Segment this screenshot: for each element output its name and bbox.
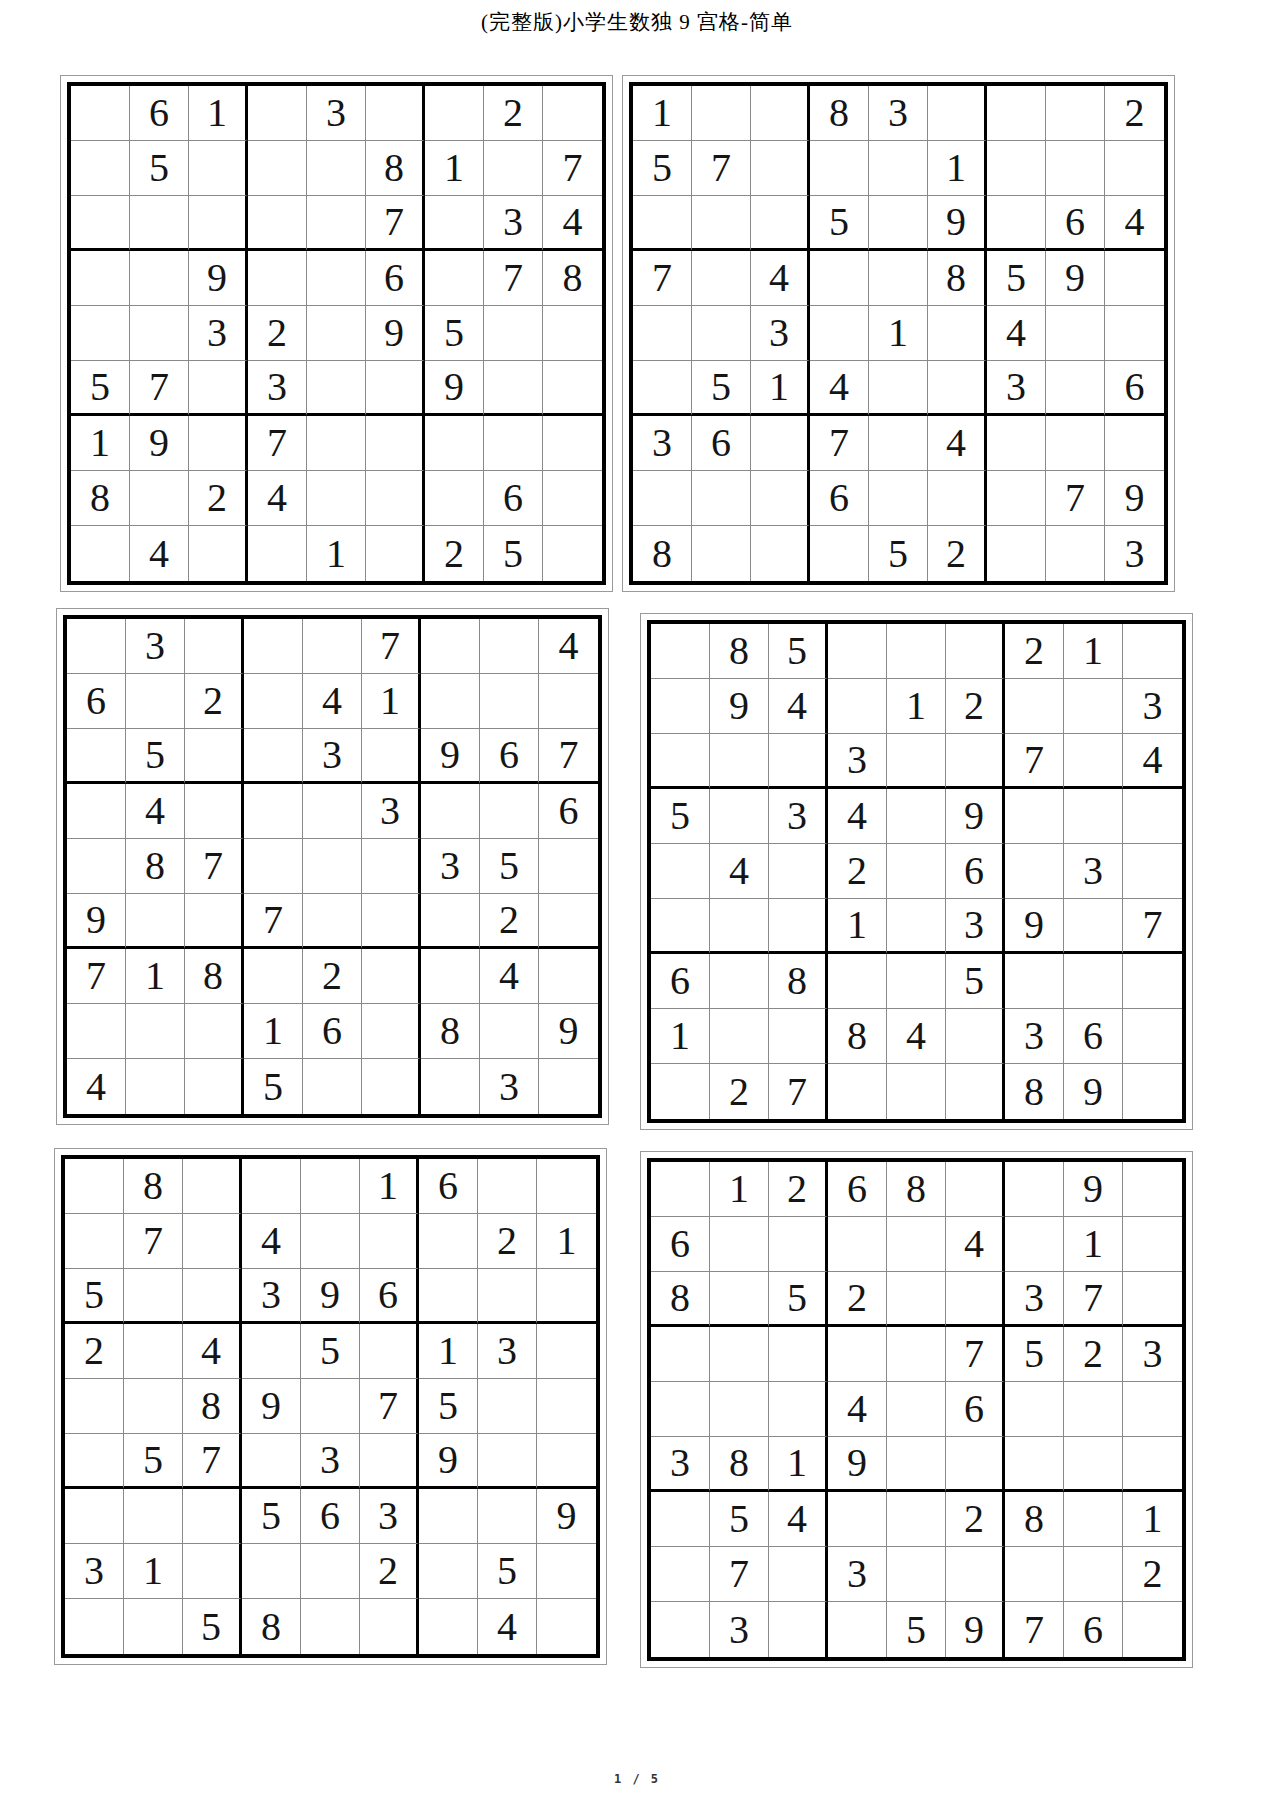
cell-r1c4: 8 [810, 86, 869, 141]
cell-r5c8 [1064, 1382, 1123, 1437]
cell-r4c5 [869, 251, 928, 306]
cell-r2c1 [651, 679, 710, 734]
cell-r3c8 [1064, 734, 1123, 789]
cell-r2c3: 2 [185, 674, 244, 729]
cell-r2c7 [1005, 1217, 1064, 1272]
cell-r8c7 [419, 1544, 478, 1599]
cell-r9c4 [810, 526, 869, 581]
cell-r5c7 [1005, 844, 1064, 899]
cell-r9c1 [71, 526, 130, 581]
cell-r4c3 [185, 784, 244, 839]
cell-r7c7 [1005, 954, 1064, 1009]
cell-r5c9 [1123, 844, 1182, 899]
cell-r6c2: 5 [124, 1434, 183, 1489]
cell-r3c1: 8 [651, 1272, 710, 1327]
cell-r6c2 [710, 899, 769, 954]
cell-r6c3 [769, 899, 828, 954]
cell-r7c6 [362, 949, 421, 1004]
cell-r7c5 [307, 416, 366, 471]
cell-r9c3 [189, 526, 248, 581]
cell-r1c7 [421, 619, 480, 674]
cell-r9c1: 8 [633, 526, 692, 581]
cell-r2c6: 1 [362, 674, 421, 729]
cell-r1c8 [480, 619, 539, 674]
cell-r4c2: 4 [126, 784, 185, 839]
cell-r3c6 [946, 734, 1005, 789]
cell-r1c5 [887, 624, 946, 679]
cell-r6c3: 1 [751, 361, 810, 416]
cell-r6c3 [185, 894, 244, 949]
cell-r8c7: 8 [421, 1004, 480, 1059]
cell-r3c1: 5 [65, 1269, 124, 1324]
cell-r9c3: 5 [183, 1599, 242, 1654]
cell-r7c9: 1 [1123, 1492, 1182, 1547]
cell-r1c6: 1 [360, 1159, 419, 1214]
cell-r7c3: 8 [185, 949, 244, 1004]
cell-r5c9 [1123, 1382, 1182, 1437]
cell-r9c8: 6 [1064, 1602, 1123, 1657]
cell-r6c4: 9 [828, 1437, 887, 1492]
cell-r3c5 [869, 196, 928, 251]
cell-r3c3 [185, 729, 244, 784]
cell-r5c3: 8 [183, 1379, 242, 1434]
sudoku-board: 3746241539674368735972718241689453 [63, 615, 602, 1118]
cell-r5c1 [71, 306, 130, 361]
cell-r2c9 [539, 674, 598, 729]
cell-r9c7: 2 [425, 526, 484, 581]
cell-r8c8: 6 [1064, 1009, 1123, 1064]
cell-r7c4: 5 [242, 1489, 301, 1544]
cell-r4c1: 2 [65, 1324, 124, 1379]
cell-r6c2 [126, 894, 185, 949]
cell-r2c8 [1046, 141, 1105, 196]
cell-r7c7 [419, 1489, 478, 1544]
cell-r2c3 [751, 141, 810, 196]
cell-r1c1: 1 [633, 86, 692, 141]
cell-r2c3 [189, 141, 248, 196]
cell-r3c9 [537, 1269, 596, 1324]
cell-r7c7 [421, 949, 480, 1004]
cell-r5c7: 3 [421, 839, 480, 894]
sudoku-board: 81674215396245138975573956393125584 [61, 1155, 600, 1658]
cell-r9c7 [987, 526, 1046, 581]
cell-r8c7 [987, 471, 1046, 526]
cell-r7c1: 3 [633, 416, 692, 471]
cell-r2c4 [244, 674, 303, 729]
cell-r5c2: 8 [126, 839, 185, 894]
cell-r3c3 [751, 196, 810, 251]
cell-r4c1: 7 [633, 251, 692, 306]
cell-r8c9: 2 [1123, 1547, 1182, 1602]
cell-r4c2 [710, 789, 769, 844]
cell-r5c4: 2 [248, 306, 307, 361]
cell-r5c8 [484, 306, 543, 361]
cell-r5c6: 6 [946, 844, 1005, 899]
cell-r6c4: 7 [244, 894, 303, 949]
cell-r2c7 [987, 141, 1046, 196]
cell-r7c5: 6 [301, 1489, 360, 1544]
cell-r4c2 [710, 1327, 769, 1382]
cell-r3c8: 3 [484, 196, 543, 251]
cell-r2c6: 2 [946, 679, 1005, 734]
cell-r7c2: 9 [130, 416, 189, 471]
cell-r1c1 [71, 86, 130, 141]
cell-r8c3: 2 [189, 471, 248, 526]
cell-r4c1: 5 [651, 789, 710, 844]
cell-r3c7: 9 [421, 729, 480, 784]
cell-r2c5 [887, 1217, 946, 1272]
cell-r7c3 [183, 1489, 242, 1544]
cell-r7c7: 8 [1005, 1492, 1064, 1547]
cell-r8c8: 5 [478, 1544, 537, 1599]
sudoku-grid-2: 18325715964748593145143636746798523 [622, 75, 1175, 592]
cell-r9c8: 9 [1064, 1064, 1123, 1119]
cell-r8c1 [67, 1004, 126, 1059]
cell-r7c9 [543, 416, 602, 471]
cell-r6c5: 3 [301, 1434, 360, 1489]
cell-r4c8: 9 [1046, 251, 1105, 306]
cell-r7c6 [366, 416, 425, 471]
cell-r7c2 [124, 1489, 183, 1544]
cell-r2c3 [769, 1217, 828, 1272]
cell-r7c3: 8 [769, 954, 828, 1009]
cell-r1c7: 6 [419, 1159, 478, 1214]
cell-r1c7 [1005, 1162, 1064, 1217]
cell-r6c7 [421, 894, 480, 949]
cell-r2c6: 1 [928, 141, 987, 196]
cell-r9c8: 5 [484, 526, 543, 581]
cell-r8c4 [242, 1544, 301, 1599]
cell-r9c6 [360, 1599, 419, 1654]
cell-r6c8: 2 [480, 894, 539, 949]
cell-r2c4 [828, 679, 887, 734]
cell-r1c4: 6 [828, 1162, 887, 1217]
cell-r8c3 [751, 471, 810, 526]
cell-r8c1 [651, 1547, 710, 1602]
cell-r6c1 [65, 1434, 124, 1489]
cell-r4c9 [1105, 251, 1164, 306]
cell-r5c2 [130, 306, 189, 361]
cell-r8c8: 7 [1046, 471, 1105, 526]
cell-r2c2: 7 [124, 1214, 183, 1269]
cell-r4c3: 4 [183, 1324, 242, 1379]
cell-r3c7 [987, 196, 1046, 251]
cell-r7c2: 5 [710, 1492, 769, 1547]
cell-r3c6: 6 [360, 1269, 419, 1324]
cell-r5c8: 5 [480, 839, 539, 894]
cell-r4c2 [124, 1324, 183, 1379]
cell-r1c9 [537, 1159, 596, 1214]
cell-r5c2 [124, 1379, 183, 1434]
cell-r3c2 [710, 1272, 769, 1327]
cell-r3c2 [692, 196, 751, 251]
cell-r2c8 [1064, 679, 1123, 734]
cell-r9c4 [828, 1602, 887, 1657]
cell-r9c5: 5 [869, 526, 928, 581]
cell-r7c2: 6 [692, 416, 751, 471]
cell-r5c6: 9 [366, 306, 425, 361]
cell-r9c2 [692, 526, 751, 581]
cell-r9c9 [543, 526, 602, 581]
cell-r6c6 [366, 361, 425, 416]
cell-r4c7 [421, 784, 480, 839]
cell-r3c3 [183, 1269, 242, 1324]
cell-r5c9 [1105, 306, 1164, 361]
cell-r1c7 [425, 86, 484, 141]
cell-r3c2 [124, 1269, 183, 1324]
cell-r3c7: 3 [1005, 1272, 1064, 1327]
cell-r5c7: 5 [425, 306, 484, 361]
cell-r5c7: 5 [419, 1379, 478, 1434]
cell-r1c5: 8 [887, 1162, 946, 1217]
cell-r3c8 [478, 1269, 537, 1324]
cell-r2c7 [421, 674, 480, 729]
cell-r6c6 [928, 361, 987, 416]
cell-r6c6 [362, 894, 421, 949]
cell-r4c6 [360, 1324, 419, 1379]
cell-r3c1 [67, 729, 126, 784]
cell-r4c7: 5 [987, 251, 1046, 306]
cell-r7c9: 9 [537, 1489, 596, 1544]
cell-r3c4: 5 [810, 196, 869, 251]
cell-r4c6: 6 [366, 251, 425, 306]
cell-r3c6: 9 [928, 196, 987, 251]
cell-r5c9 [543, 306, 602, 361]
cell-r9c2: 3 [710, 1602, 769, 1657]
cell-r8c5: 6 [303, 1004, 362, 1059]
cell-r1c1 [651, 624, 710, 679]
cell-r4c7 [1005, 789, 1064, 844]
cell-r9c4 [828, 1064, 887, 1119]
cell-r6c5 [303, 894, 362, 949]
cell-r2c1: 6 [67, 674, 126, 729]
cell-r8c7 [1005, 1547, 1064, 1602]
cell-r1c5: 3 [307, 86, 366, 141]
cell-r7c2 [710, 954, 769, 1009]
cell-r1c8: 9 [1064, 1162, 1123, 1217]
cell-r9c1 [651, 1602, 710, 1657]
cell-r8c1 [633, 471, 692, 526]
cell-r6c3: 7 [183, 1434, 242, 1489]
cell-r1c4 [828, 624, 887, 679]
cell-r2c2: 5 [130, 141, 189, 196]
cell-r9c5 [887, 1064, 946, 1119]
cell-r2c9: 1 [537, 1214, 596, 1269]
cell-r3c9: 4 [1123, 734, 1182, 789]
cell-r9c7: 7 [1005, 1602, 1064, 1657]
cell-r3c9: 4 [1105, 196, 1164, 251]
cell-r6c8 [1064, 1437, 1123, 1492]
cell-r2c3 [183, 1214, 242, 1269]
cell-r1c2 [692, 86, 751, 141]
cell-r7c5: 2 [303, 949, 362, 1004]
cell-r4c7 [425, 251, 484, 306]
cell-r3c4: 2 [828, 1272, 887, 1327]
cell-r7c8 [1046, 416, 1105, 471]
cell-r6c1: 9 [67, 894, 126, 949]
cell-r7c4 [244, 949, 303, 1004]
cell-r9c8: 3 [480, 1059, 539, 1114]
cell-r6c5 [307, 361, 366, 416]
document-page: { "page": { "title": "(完整版)小学生数独 9 宫格-简单… [0, 0, 1274, 1804]
cell-r6c7 [1005, 1437, 1064, 1492]
cell-r1c9: 2 [1105, 86, 1164, 141]
cell-r6c2: 7 [130, 361, 189, 416]
cell-r4c8: 2 [1064, 1327, 1123, 1382]
sudoku-board: 852194123374534942631397685184362789 [647, 620, 1186, 1123]
cell-r5c2 [710, 1382, 769, 1437]
cell-r5c8 [478, 1379, 537, 1434]
cell-r4c1 [651, 1327, 710, 1382]
cell-r4c3: 3 [769, 789, 828, 844]
cell-r7c4: 7 [810, 416, 869, 471]
cell-r6c1 [651, 899, 710, 954]
cell-r6c3: 1 [769, 1437, 828, 1492]
cell-r9c6: 9 [946, 1602, 1005, 1657]
cell-r2c1 [65, 1214, 124, 1269]
cell-r2c1 [71, 141, 130, 196]
cell-r4c6: 3 [362, 784, 421, 839]
cell-r3c6 [362, 729, 421, 784]
cell-r9c9 [539, 1059, 598, 1114]
cell-r8c3 [183, 1544, 242, 1599]
cell-r4c4 [242, 1324, 301, 1379]
cell-r1c2: 3 [126, 619, 185, 674]
cell-r9c9: 3 [1105, 526, 1164, 581]
cell-r8c6 [946, 1547, 1005, 1602]
cell-r6c4: 3 [248, 361, 307, 416]
cell-r1c9 [1123, 1162, 1182, 1217]
cell-r1c3 [183, 1159, 242, 1214]
cell-r1c6 [366, 86, 425, 141]
cell-r9c5: 5 [887, 1602, 946, 1657]
cell-r5c3: 7 [185, 839, 244, 894]
cell-r3c5: 9 [301, 1269, 360, 1324]
cell-r5c3: 3 [189, 306, 248, 361]
cell-r6c4: 1 [828, 899, 887, 954]
cell-r1c7 [987, 86, 1046, 141]
cell-r9c2: 4 [130, 526, 189, 581]
cell-r9c5 [303, 1059, 362, 1114]
cell-r8c5 [869, 471, 928, 526]
cell-r3c5: 3 [303, 729, 362, 784]
cell-r9c7 [419, 1599, 478, 1654]
cell-r9c5 [301, 1599, 360, 1654]
cell-r6c7: 9 [425, 361, 484, 416]
cell-r7c3 [189, 416, 248, 471]
cell-r7c2: 1 [126, 949, 185, 1004]
cell-r5c8: 3 [1064, 844, 1123, 899]
cell-r3c9: 7 [539, 729, 598, 784]
cell-r8c1: 1 [651, 1009, 710, 1064]
cell-r4c2 [130, 251, 189, 306]
cell-r3c8: 7 [1064, 1272, 1123, 1327]
cell-r1c5: 3 [869, 86, 928, 141]
cell-r4c1 [71, 251, 130, 306]
cell-r2c4 [828, 1217, 887, 1272]
cell-r9c2 [124, 1599, 183, 1654]
cell-r2c9: 7 [543, 141, 602, 196]
cell-r3c8: 6 [1046, 196, 1105, 251]
cell-r3c3 [189, 196, 248, 251]
cell-r6c1: 5 [71, 361, 130, 416]
sudoku-grid-3: 3746241539674368735972718241689453 [56, 608, 609, 1125]
cell-r3c5 [887, 1272, 946, 1327]
cell-r2c5: 4 [303, 674, 362, 729]
cell-r6c9 [537, 1434, 596, 1489]
cell-r6c9: 6 [1105, 361, 1164, 416]
cell-r3c2 [130, 196, 189, 251]
cell-r3c4 [244, 729, 303, 784]
cell-r8c3 [769, 1547, 828, 1602]
cell-r7c7 [987, 416, 1046, 471]
cell-r9c9 [537, 1599, 596, 1654]
cell-r1c8 [478, 1159, 537, 1214]
cell-r9c3 [751, 526, 810, 581]
cell-r4c5 [303, 784, 362, 839]
cell-r4c2 [692, 251, 751, 306]
cell-r9c1 [65, 1599, 124, 1654]
cell-r3c6: 7 [366, 196, 425, 251]
cell-r8c2: 7 [710, 1547, 769, 1602]
cell-r1c3 [751, 86, 810, 141]
cell-r3c8: 6 [480, 729, 539, 784]
cell-r7c1 [65, 1489, 124, 1544]
cell-r8c3 [185, 1004, 244, 1059]
cell-r4c7: 5 [1005, 1327, 1064, 1382]
cell-r5c6: 7 [360, 1379, 419, 1434]
cell-r8c5: 4 [887, 1009, 946, 1064]
cell-r8c9 [537, 1544, 596, 1599]
cell-r4c3: 9 [189, 251, 248, 306]
cell-r9c5: 1 [307, 526, 366, 581]
cell-r5c2 [692, 306, 751, 361]
cell-r8c9: 9 [1105, 471, 1164, 526]
cell-r9c6 [362, 1059, 421, 1114]
cell-r5c1 [651, 1382, 710, 1437]
cell-r5c4: 9 [242, 1379, 301, 1434]
cell-r6c9 [1123, 1437, 1182, 1492]
cell-r6c6 [946, 1437, 1005, 1492]
cell-r1c9: 4 [539, 619, 598, 674]
cell-r4c9: 6 [539, 784, 598, 839]
cell-r2c2: 7 [692, 141, 751, 196]
cell-r6c7: 9 [419, 1434, 478, 1489]
cell-r6c2: 5 [692, 361, 751, 416]
cell-r9c8 [1046, 526, 1105, 581]
cell-r7c6: 4 [928, 416, 987, 471]
cell-r8c4: 6 [810, 471, 869, 526]
cell-r6c5 [887, 1437, 946, 1492]
cell-r8c5 [307, 471, 366, 526]
cell-r6c6: 3 [946, 899, 1005, 954]
cell-r4c4 [828, 1327, 887, 1382]
cell-r8c7 [425, 471, 484, 526]
cell-r8c6: 2 [360, 1544, 419, 1599]
cell-r5c7: 4 [987, 306, 1046, 361]
sudoku-board: 6132581773496783295573919782464125 [67, 82, 606, 585]
cell-r2c8: 2 [478, 1214, 537, 1269]
cell-r3c3: 5 [769, 1272, 828, 1327]
cell-r5c3 [769, 844, 828, 899]
cell-r6c2: 8 [710, 1437, 769, 1492]
cell-r7c6: 5 [946, 954, 1005, 1009]
cell-r1c3: 5 [769, 624, 828, 679]
cell-r4c8 [480, 784, 539, 839]
cell-r8c8 [480, 1004, 539, 1059]
cell-r8c6 [928, 471, 987, 526]
cell-r1c3: 2 [769, 1162, 828, 1217]
